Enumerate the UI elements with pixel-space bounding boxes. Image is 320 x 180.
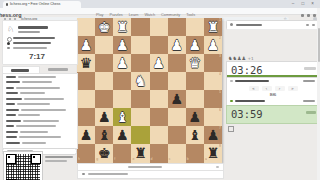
square-e5 [131,90,149,108]
square-d1 [150,18,168,36]
board-action-row-2[interactable] [77,170,224,179]
white-player-dot [7,37,12,42]
chess-board: ♚♜♜1♟♟♟♟♟2♛♟♟♛3♞4♟5♟♝♟6♟♝♟♝♟7h♚gf♜edcb♜a… [77,18,222,163]
square-g3 [95,54,113,72]
square-a1: ♜1 [204,18,222,36]
spectator-chat [2,73,78,149]
qr-code [3,151,43,180]
move-last-button[interactable]: » [288,86,298,91]
user-icon[interactable] [313,14,316,17]
piece-bB-b7: ♝ [189,128,202,142]
square-a8: ♜a8 [204,144,222,162]
square-g6: ♟ [95,108,113,126]
square-c4 [168,72,186,90]
piece-wN-e4: ♞ [134,74,147,88]
settings-icon[interactable] [306,24,309,27]
lichess-logo[interactable]: lichess.org [0,12,21,18]
square-b3: ♛ [186,54,204,72]
square-c7 [168,126,186,144]
piece-wQ-b3: ♛ [189,56,202,70]
coord-rank-2: 2 [219,37,221,41]
piece-bR-a8: ♜ [207,146,220,160]
piece-bP-f7: ♟ [116,128,129,142]
search-icon[interactable] [301,14,304,17]
square-d5 [150,90,168,108]
square-h8: h [77,144,95,162]
browser-tab[interactable]: lichess.org • Free Online Chess [3,1,81,8]
move-next-button[interactable]: › [275,86,285,91]
square-f3: ♟ [113,54,131,72]
piece-bP-h7: ♟ [80,128,93,142]
tv-icon [230,23,233,26]
piece-bP-g6: ♟ [98,110,111,124]
square-f7: ♟ [113,126,131,144]
piece-bP-a7: ♟ [207,128,220,142]
game-meta-card: ♘ 7:17 [2,20,78,65]
scrollbar-thumb[interactable] [318,28,320,62]
white-clock: 03:26 [226,61,320,78]
piece-wP-h2: ♟ [80,38,93,52]
browser-tab-bar: lichess.org • Free Online Chess – □ × [0,0,320,8]
piece-wK-g1: ♚ [98,20,111,34]
square-f6: ♝ [113,108,131,126]
chat-tabs [2,66,76,73]
qr-caption-line [45,156,73,158]
square-h5 [77,90,95,108]
qr-caption-line [45,160,67,162]
square-f2: ♟ [113,36,131,54]
window-controls[interactable]: – □ × [292,1,317,6]
black-player-dot [7,42,10,45]
tab-notes[interactable] [40,66,76,73]
coord-file-g: g [96,158,98,162]
square-b4 [186,72,204,90]
square-d3: ♟ [150,54,168,72]
piece-wR-a1: ♜ [207,20,220,34]
coord-file-h: h [78,158,80,162]
square-c2: ♟ [168,36,186,54]
square-f1: ♜ [113,18,131,36]
piece-wR-f1: ♜ [116,20,129,34]
piece-wB-f6: ♝ [116,110,129,124]
move-first-button[interactable]: « [249,86,259,91]
coord-rank-5: 5 [219,91,221,95]
square-a4: 4 [204,72,222,90]
gear-icon[interactable] [307,14,310,17]
square-c8: c [168,144,186,162]
square-c5: ♟ [168,90,186,108]
match-score: 7:17 [29,52,45,61]
square-a6: 6 [204,108,222,126]
square-d2 [150,36,168,54]
coord-rank-1: 1 [219,19,221,23]
piece-wP-d3: ♟ [152,56,165,70]
coord-rank-4: 4 [219,73,221,77]
square-a3: 3 [204,54,222,72]
favicon-icon [6,3,9,6]
piece-wP-f3: ♟ [116,56,129,70]
square-b8: b [186,144,204,162]
coord-file-a: a [205,158,207,162]
square-e7 [131,126,149,144]
square-b5 [186,90,204,108]
piece-bP-b6: ♟ [189,110,202,124]
piece-wP-f2: ♟ [116,38,129,52]
coord-file-f: f [114,158,115,162]
chat-line [3,140,77,146]
square-e6 [131,108,149,126]
piece-bK-g8: ♚ [98,146,111,160]
piece-wP-c2: ♟ [170,38,183,52]
square-f5 [113,90,131,108]
square-b6: ♟ [186,108,204,126]
square-g1: ♚ [95,18,113,36]
square-b7: ♝ [186,126,204,144]
coord-rank-3: 3 [219,55,221,59]
black-clock-active: 03:59 [226,105,320,124]
square-c6 [168,108,186,126]
square-e4: ♞ [131,72,149,90]
coord-rank-6: 6 [219,109,221,113]
square-g5 [95,90,113,108]
header-icons [301,14,316,17]
square-d6 [150,108,168,126]
square-f4 [113,72,131,90]
square-g8: ♚g [95,144,113,162]
move-nav-block: «‹›» Bf6 [226,85,320,99]
square-e2 [131,36,149,54]
piece-bR-e8: ♜ [134,146,147,160]
piece-bB-g7: ♝ [98,128,111,142]
square-a5: 5 [204,90,222,108]
tab-title: lichess.org • Free Online Chess [10,2,60,6]
lichess-watch-page: lichess.org • Free Online Chess – □ × li… [0,0,320,180]
flip-icon[interactable] [312,24,315,27]
coord-file-c: c [169,158,171,162]
square-d8: d [150,144,168,162]
square-d7 [150,126,168,144]
piece-wP-a2: ♟ [207,38,220,52]
piece-bQ-h3: ♛ [80,56,93,70]
side-header-card [226,20,320,30]
square-c1 [168,18,186,36]
square-h3: ♛ [77,54,95,72]
coord-file-e: e [132,158,134,162]
square-f8: f [113,144,131,162]
piece-wP-b2: ♟ [189,38,202,52]
coord-rank-8: 8 [219,145,221,149]
square-h6 [77,108,95,126]
knight-meta-icon: ♘ [7,25,14,34]
square-e1 [131,18,149,36]
coord-rank-7: 7 [219,127,221,131]
square-c3 [168,54,186,72]
square-d4 [150,72,168,90]
square-g7: ♝ [95,126,113,144]
move-nav-buttons: «‹›» [227,86,319,91]
square-e8: ♜e [131,144,149,162]
move-prev-button[interactable]: ‹ [262,86,272,91]
square-a7: ♟7 [204,126,222,144]
piece-bP-c5: ♟ [170,92,183,106]
square-h1 [77,18,95,36]
square-e3 [131,54,149,72]
square-b2: ♟ [186,36,204,54]
square-b1 [186,18,204,36]
square-h4 [77,72,95,90]
square-h7: ♟ [77,126,95,144]
fullscreen-icon[interactable] [228,126,234,132]
coord-file-d: d [151,158,153,162]
square-g2 [95,36,113,54]
square-a2: ♟2 [204,36,222,54]
coord-file-b: b [187,158,189,162]
square-h2: ♟ [77,36,95,54]
tab-chat-room[interactable] [2,66,40,73]
square-g4 [95,72,113,90]
clock-progress-bar [227,75,319,76]
